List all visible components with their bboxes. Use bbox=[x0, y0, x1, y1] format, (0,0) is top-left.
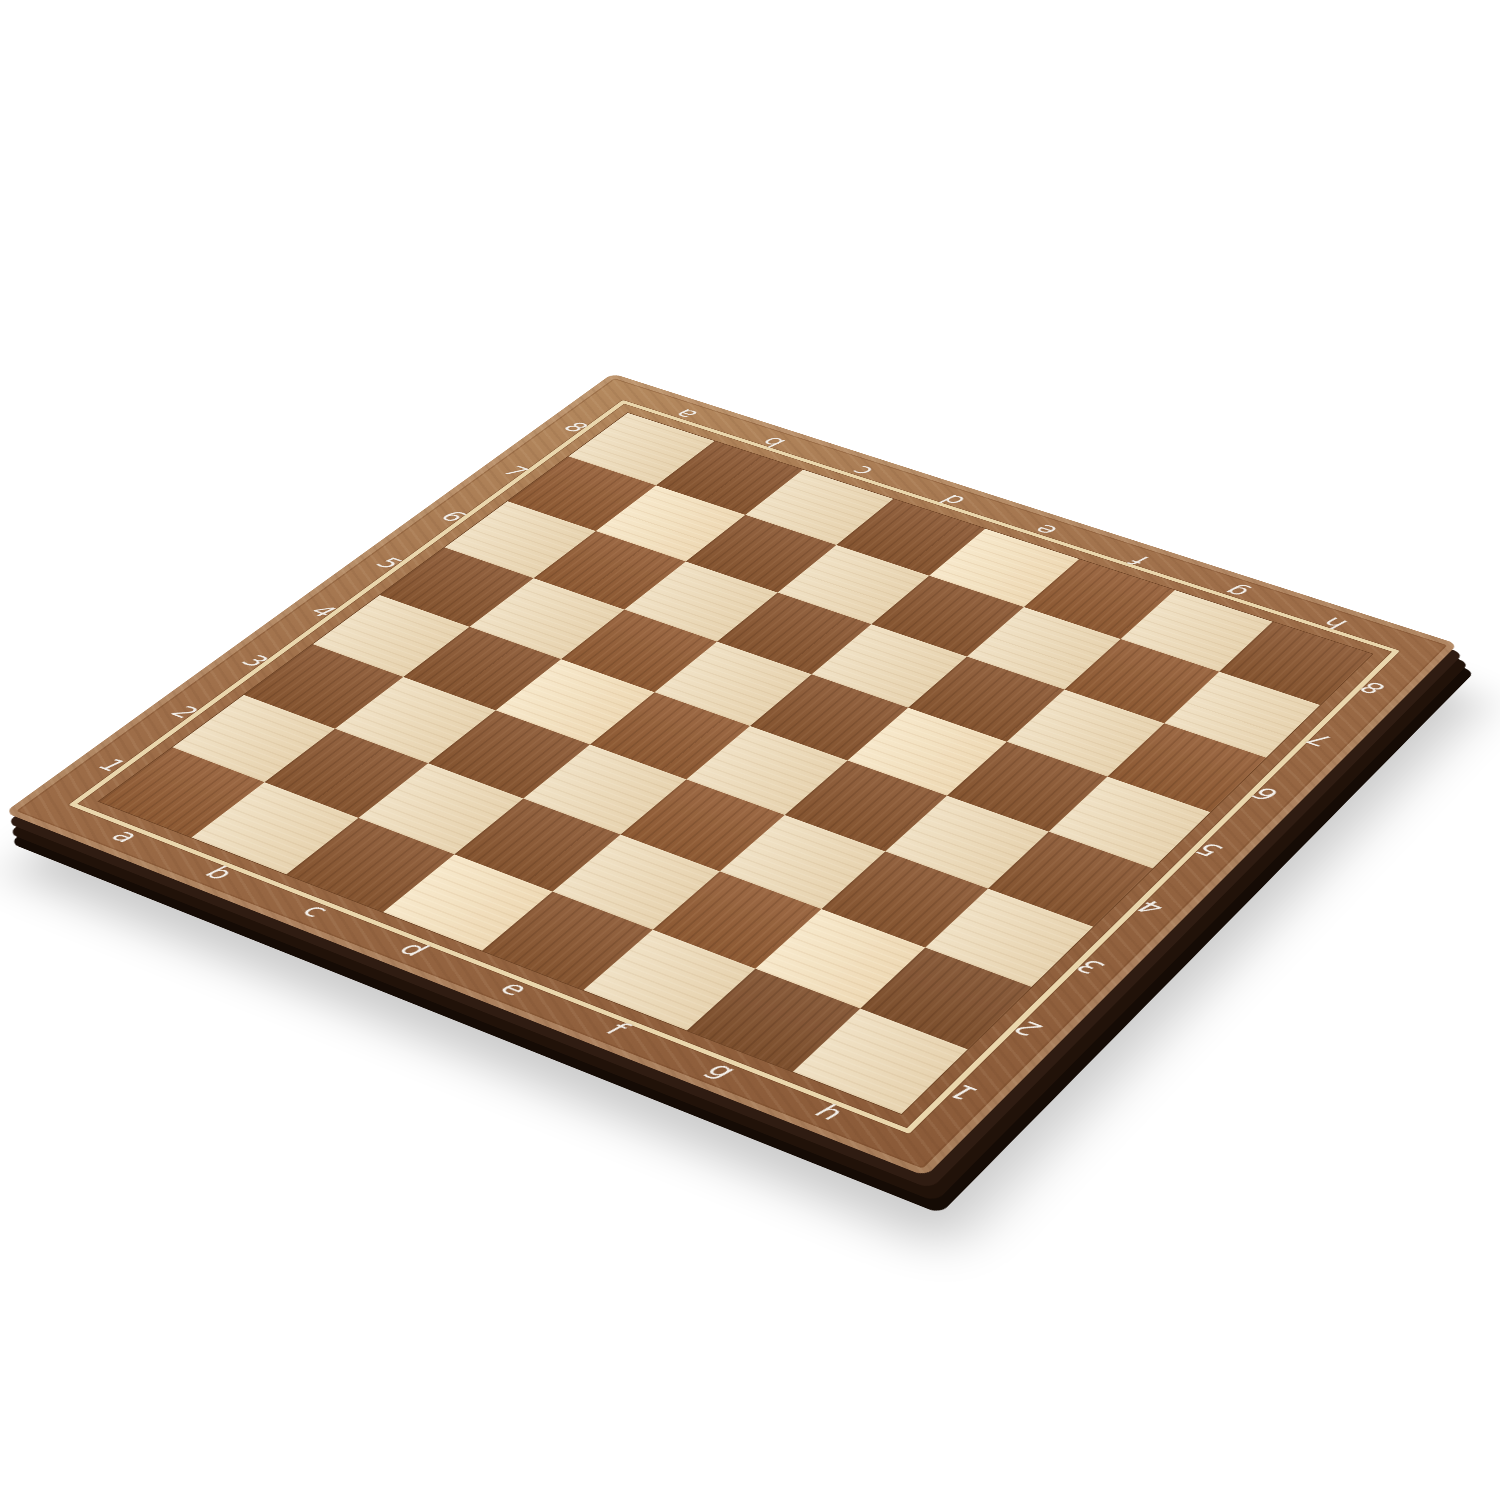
board-grid bbox=[99, 413, 1372, 1114]
chess-board: abcdefgh abcdefgh 87654321 87654321 bbox=[4, 373, 1457, 1176]
product-photo-canvas: abcdefgh abcdefgh 87654321 87654321 bbox=[0, 0, 1500, 1500]
